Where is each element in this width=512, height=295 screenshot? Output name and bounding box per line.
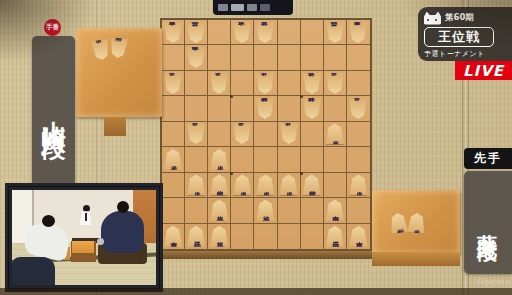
- square-7-4: [208, 96, 231, 121]
- sente-piece-歩兵: 歩兵: [349, 174, 367, 195]
- playing-room-video: [8, 186, 160, 289]
- square-5-5: [254, 122, 277, 147]
- square-5-8: 金将: [254, 198, 277, 223]
- square-6-7: 歩兵: [231, 173, 254, 198]
- square-7-1: [208, 20, 231, 45]
- square-4-8: [278, 198, 301, 223]
- square-9-2: [162, 45, 185, 70]
- square-9-4: [162, 96, 185, 121]
- square-5-4: 銀将: [254, 96, 277, 121]
- square-2-8: 飛車: [324, 198, 347, 223]
- square-3-3: 金将: [301, 71, 324, 96]
- square-7-5: [208, 122, 231, 147]
- abema-cat-icon: [424, 12, 441, 25]
- gote-piece-銀将: 銀将: [303, 98, 321, 119]
- gote-piece-桂馬: 桂馬: [326, 22, 344, 43]
- square-2-4: [324, 96, 347, 121]
- gote-piece-歩兵: 歩兵: [280, 123, 298, 144]
- gote-hand-pieces: 歩兵角行: [92, 38, 127, 58]
- gote-piece-歩兵: 歩兵: [91, 39, 111, 61]
- gote-piece-歩兵: 歩兵: [349, 98, 367, 119]
- live-badge: LIVE: [455, 61, 512, 80]
- square-8-8: [185, 198, 208, 223]
- sente-piece-金将: 金将: [210, 200, 228, 221]
- yamazaki-figure: [101, 211, 144, 253]
- square-6-1: 金将: [231, 20, 254, 45]
- sente-name-plate: 藤井七段: [464, 171, 512, 274]
- square-8-2: 飛車: [185, 45, 208, 70]
- hoshi-dot: [300, 95, 303, 98]
- square-8-6: [185, 147, 208, 172]
- sente-name: 藤井七段: [475, 217, 502, 229]
- gote-piece-歩兵: 歩兵: [210, 73, 228, 94]
- square-2-2: [324, 45, 347, 70]
- sente-piece-香車: 香車: [164, 226, 182, 247]
- square-1-2: [347, 45, 370, 70]
- square-9-6: 歩兵: [162, 147, 185, 172]
- square-1-7: 歩兵: [347, 173, 370, 198]
- square-5-6: [254, 147, 277, 172]
- square-5-1: 王将: [254, 20, 277, 45]
- square-4-2: [278, 45, 301, 70]
- gote-piece-金将: 金将: [303, 73, 321, 94]
- gote-piece-桂馬: 桂馬: [187, 22, 205, 43]
- square-7-7: 銀将: [208, 173, 231, 198]
- gote-piece-歩兵: 歩兵: [256, 73, 274, 94]
- square-8-9: 桂馬: [185, 224, 208, 249]
- gote-piece-角行: 角行: [109, 37, 128, 59]
- shogi-board: 香車桂馬金将王将桂馬香車飛車歩兵歩兵歩兵金将歩兵銀将銀将歩兵歩兵歩兵歩兵歩兵歩兵…: [160, 18, 372, 251]
- sente-hand-pieces: 角行歩兵: [390, 213, 425, 233]
- tournament-title: 王位戦: [424, 27, 494, 47]
- broadcast-frame: 香車桂馬金将王将桂馬香車飛車歩兵歩兵歩兵金将歩兵銀将銀将歩兵歩兵歩兵歩兵歩兵歩兵…: [0, 0, 512, 295]
- square-4-5: 歩兵: [278, 122, 301, 147]
- square-5-3: 歩兵: [254, 71, 277, 96]
- water-jar: [97, 238, 104, 245]
- sente-piece-桂馬: 桂馬: [326, 226, 344, 247]
- komadai-sente-front: [372, 252, 460, 266]
- hoshi-dot: [300, 172, 303, 175]
- square-7-2: [208, 45, 231, 70]
- square-6-6: [231, 147, 254, 172]
- sente-piece-歩兵: 歩兵: [187, 174, 205, 195]
- square-6-8: [231, 198, 254, 223]
- square-9-8: [162, 198, 185, 223]
- square-9-3: 歩兵: [162, 71, 185, 96]
- square-3-9: [301, 224, 324, 249]
- square-8-7: 歩兵: [185, 173, 208, 198]
- square-1-3: [347, 71, 370, 96]
- square-8-5: 歩兵: [185, 122, 208, 147]
- square-7-8: 金将: [208, 198, 231, 223]
- gote-piece-歩兵: 歩兵: [187, 123, 205, 144]
- hoshi-dot: [230, 172, 233, 175]
- sente-piece-歩兵: 歩兵: [326, 123, 344, 144]
- gote-piece-銀将: 銀将: [256, 98, 274, 119]
- square-5-2: [254, 45, 277, 70]
- square-1-5: [347, 122, 370, 147]
- square-7-3: 歩兵: [208, 71, 231, 96]
- sente-piece-歩兵: 歩兵: [256, 174, 274, 195]
- gote-name-plate: 山崎八段: [32, 36, 75, 186]
- square-5-7: 歩兵: [254, 173, 277, 198]
- square-9-1: 香車: [162, 20, 185, 45]
- square-9-7: [162, 173, 185, 198]
- sente-role-plate: 先手: [464, 148, 512, 169]
- playing-room-scene: [12, 190, 156, 285]
- square-7-9: 玉将: [208, 224, 231, 249]
- square-4-1: [278, 20, 301, 45]
- square-8-1: 桂馬: [185, 20, 208, 45]
- gote-piece-金将: 金将: [233, 22, 251, 43]
- square-1-6: [347, 147, 370, 172]
- square-3-7: 銀将: [301, 173, 324, 198]
- square-2-5: 歩兵: [324, 122, 347, 147]
- square-4-7: 歩兵: [278, 173, 301, 198]
- square-6-2: [231, 45, 254, 70]
- sente-piece-金将: 金将: [256, 200, 274, 221]
- gote-piece-歩兵: 歩兵: [326, 73, 344, 94]
- fujii-head: [42, 215, 55, 227]
- square-6-5: 歩兵: [231, 122, 254, 147]
- square-5-9: [254, 224, 277, 249]
- hoshi-dot: [230, 95, 233, 98]
- square-2-6: [324, 147, 347, 172]
- square-2-9: 桂馬: [324, 224, 347, 249]
- square-8-3: [185, 71, 208, 96]
- jackets-pile: [12, 257, 55, 286]
- square-7-6: 歩兵: [208, 147, 231, 172]
- sente-piece-歩兵: 歩兵: [233, 174, 251, 195]
- tournament-info-box: 第60期 王位戦 予選トーナメント: [418, 7, 512, 61]
- board-front-edge: [159, 251, 374, 259]
- sente-piece-飛車: 飛車: [326, 200, 344, 221]
- shogi-table: [71, 241, 95, 262]
- square-1-8: [347, 198, 370, 223]
- gote-piece-香車: 香車: [164, 22, 182, 43]
- abema-watermark: Abema: [477, 277, 511, 287]
- tournament-subtitle: 予選トーナメント: [424, 49, 512, 59]
- sente-piece-桂馬: 桂馬: [187, 226, 205, 247]
- far-side-clock: [213, 0, 293, 15]
- square-8-4: [185, 96, 208, 121]
- sente-piece-銀将: 銀将: [303, 174, 321, 195]
- square-1-9: 香車: [347, 224, 370, 249]
- square-1-4: 歩兵: [347, 96, 370, 121]
- sente-piece-銀将: 銀将: [210, 174, 228, 195]
- gote-name: 山崎八段: [38, 101, 70, 121]
- square-4-4: [278, 96, 301, 121]
- square-2-1: 桂馬: [324, 20, 347, 45]
- sente-piece-歩兵: 歩兵: [407, 212, 425, 233]
- square-3-2: [301, 45, 324, 70]
- sente-piece-歩兵: 歩兵: [280, 174, 298, 195]
- sente-piece-香車: 香車: [349, 226, 367, 247]
- sente-piece-歩兵: 歩兵: [210, 149, 228, 170]
- recorder-figure: [78, 205, 95, 239]
- square-3-5: [301, 122, 324, 147]
- square-6-4: [231, 96, 254, 121]
- square-3-8: [301, 198, 324, 223]
- gote-piece-歩兵: 歩兵: [164, 73, 182, 94]
- square-4-6: [278, 147, 301, 172]
- sente-piece-歩兵: 歩兵: [164, 149, 182, 170]
- square-3-1: [301, 20, 324, 45]
- komadai-gote-leg: [104, 117, 126, 136]
- square-1-1: 香車: [347, 20, 370, 45]
- gote-piece-香車: 香車: [349, 22, 367, 43]
- sente-piece-角行: 角行: [389, 212, 409, 234]
- square-6-9: [231, 224, 254, 249]
- square-9-9: 香車: [162, 224, 185, 249]
- gote-piece-飛車: 飛車: [187, 47, 205, 68]
- gote-piece-王将: 王将: [256, 22, 274, 43]
- square-3-6: [301, 147, 324, 172]
- gote-piece-歩兵: 歩兵: [233, 123, 251, 144]
- square-9-5: [162, 122, 185, 147]
- tournament-term: 第60期: [445, 12, 474, 24]
- square-2-7: [324, 173, 347, 198]
- square-3-4: 銀将: [301, 96, 324, 121]
- square-4-3: [278, 71, 301, 96]
- sente-piece-玉将: 玉将: [210, 226, 228, 247]
- square-4-9: [278, 224, 301, 249]
- turn-badge: 手番: [44, 19, 61, 36]
- square-6-3: [231, 71, 254, 96]
- square-2-3: 歩兵: [324, 71, 347, 96]
